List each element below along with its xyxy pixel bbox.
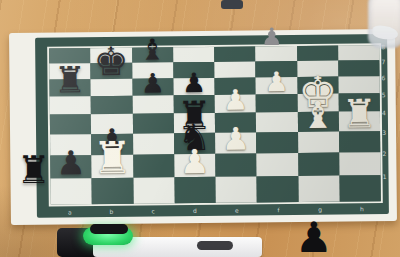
square-f5[interactable] <box>256 94 297 112</box>
dark-object-on-table <box>221 0 243 9</box>
square-b5[interactable] <box>91 96 132 114</box>
rank-label-2: 2 <box>380 150 388 173</box>
file-label-d: d <box>174 206 216 215</box>
square-g3[interactable] <box>298 132 339 153</box>
square-c8[interactable]: ♝ <box>132 47 173 62</box>
chess-mat: ♝♚♜♟♟♟♟♚♜♝♜♟♞♟♟♜♟ abcdefgh 87654321 <box>9 29 397 225</box>
file-label-b: b <box>91 207 133 216</box>
square-h1[interactable] <box>339 175 381 201</box>
black-pawn[interactable]: ♟ <box>140 71 164 96</box>
square-h4[interactable]: ♜ <box>339 111 380 131</box>
square-h3[interactable] <box>339 131 380 152</box>
square-e7[interactable] <box>214 61 255 77</box>
fallen-black-piece[interactable]: ♟ <box>295 219 333 257</box>
table-scene: ♟ ♝♚♜♟♟♟♟♚♜♝♜♟♞♟♟♜♟ abcdefgh 87654321 ♜ … <box>0 0 400 257</box>
file-label-h: h <box>341 204 383 213</box>
board-border-band: ♝♚♜♟♟♟♟♚♜♝♜♟♞♟♟♜♟ abcdefgh 87654321 <box>35 34 389 218</box>
square-e5[interactable]: ♟ <box>215 94 256 112</box>
square-a1[interactable] <box>51 178 93 204</box>
square-e3[interactable]: ♟ <box>215 132 256 153</box>
square-c2[interactable] <box>133 154 174 177</box>
black-pawn[interactable]: ♟ <box>56 149 86 179</box>
captured-black-rook[interactable]: ♜ <box>17 153 51 187</box>
square-b6[interactable] <box>91 79 132 96</box>
drinking-glass <box>368 0 400 48</box>
square-a4[interactable] <box>50 114 91 134</box>
square-d1[interactable] <box>174 177 216 203</box>
clock-rocker-button[interactable] <box>90 224 128 234</box>
file-label-a: a <box>49 207 91 216</box>
square-g8[interactable] <box>297 46 338 61</box>
captured-piece-on-table: ♟ <box>261 27 283 49</box>
square-e8[interactable] <box>214 46 255 61</box>
square-c4[interactable] <box>132 113 173 133</box>
white-pawn[interactable]: ♟ <box>264 70 288 95</box>
square-f4[interactable] <box>256 112 297 132</box>
black-pawn[interactable]: ♟ <box>182 71 206 96</box>
square-a6[interactable]: ♜ <box>49 79 90 96</box>
file-label-e: e <box>216 205 258 214</box>
clock-display-slot <box>197 241 233 250</box>
square-d2[interactable]: ♟ <box>174 154 215 177</box>
rank-label-4: 4 <box>380 109 388 129</box>
square-g4[interactable]: ♝ <box>297 112 338 132</box>
chess-board[interactable]: ♝♚♜♟♟♟♟♚♜♝♜♟♞♟♟♜♟ <box>47 43 383 206</box>
square-f1[interactable] <box>257 176 299 202</box>
square-c3[interactable] <box>133 133 174 154</box>
square-b7[interactable]: ♚ <box>91 63 132 79</box>
white-pawn[interactable]: ♟ <box>180 147 210 177</box>
rank-label-7: 7 <box>379 58 387 74</box>
rank-label-6: 6 <box>379 74 387 91</box>
rank-labels: 87654321 <box>379 43 389 203</box>
square-c5[interactable] <box>132 95 173 113</box>
black-bishop[interactable]: ♝ <box>139 36 165 62</box>
square-a5[interactable] <box>50 96 91 114</box>
square-c6[interactable]: ♟ <box>132 78 173 95</box>
square-f6[interactable]: ♟ <box>256 77 297 94</box>
square-a2[interactable]: ♟ <box>50 155 91 178</box>
square-e2[interactable] <box>215 153 256 176</box>
white-rook[interactable]: ♜ <box>92 138 132 178</box>
file-label-f: f <box>258 205 300 214</box>
square-f3[interactable] <box>256 132 297 153</box>
black-king[interactable]: ♚ <box>94 44 129 79</box>
square-h8[interactable] <box>338 45 379 60</box>
file-label-c: c <box>132 206 174 215</box>
square-g2[interactable] <box>298 153 339 176</box>
square-b2[interactable]: ♜ <box>92 155 133 178</box>
white-bishop[interactable]: ♝ <box>301 98 335 132</box>
rank-label-1: 1 <box>380 173 388 199</box>
rank-label-5: 5 <box>380 91 388 109</box>
white-pawn[interactable]: ♟ <box>223 87 248 112</box>
white-rook[interactable]: ♜ <box>342 96 377 131</box>
black-rook[interactable]: ♜ <box>54 64 87 97</box>
square-h7[interactable] <box>338 60 379 76</box>
square-b1[interactable] <box>92 178 134 204</box>
square-d8[interactable] <box>173 47 214 62</box>
white-pawn[interactable]: ♟ <box>222 126 250 154</box>
chess-clock <box>57 228 262 257</box>
square-g1[interactable] <box>298 176 340 202</box>
square-e1[interactable] <box>216 176 258 202</box>
square-f2[interactable] <box>257 153 298 176</box>
rank-label-3: 3 <box>380 129 388 150</box>
square-h2[interactable] <box>339 152 380 175</box>
square-c1[interactable] <box>133 177 175 203</box>
